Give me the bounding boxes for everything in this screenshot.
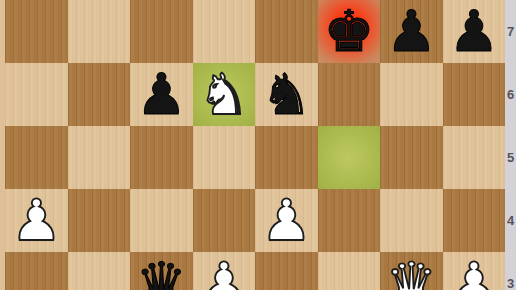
square-g3[interactable]: ♛ (380, 252, 443, 290)
rank-label-4: 4 (505, 213, 516, 228)
square-d7[interactable] (193, 0, 256, 63)
black-queen[interactable]: ♛ (136, 252, 187, 290)
white-pawn[interactable]: ♟ (261, 189, 312, 252)
black-pawn[interactable]: ♟ (448, 0, 499, 63)
square-a6[interactable] (5, 63, 68, 126)
white-queen[interactable]: ♛ (386, 252, 437, 290)
square-a3[interactable] (5, 252, 68, 290)
rank-label-3: 3 (505, 276, 516, 290)
square-b3[interactable] (68, 252, 131, 290)
chessboard[interactable]: ♚♟♟♟♞♞♟♟♛♟♛♟ (5, 0, 505, 290)
square-d6[interactable]: ♞ (193, 63, 256, 126)
square-g7[interactable]: ♟ (380, 0, 443, 63)
square-h5[interactable] (443, 126, 506, 189)
white-pawn[interactable]: ♟ (198, 252, 249, 290)
white-pawn[interactable]: ♟ (11, 189, 62, 252)
square-b6[interactable] (68, 63, 131, 126)
white-knight[interactable]: ♞ (198, 63, 249, 126)
square-b5[interactable] (68, 126, 131, 189)
square-a7[interactable] (5, 0, 68, 63)
black-pawn[interactable]: ♟ (386, 0, 437, 63)
square-e4[interactable]: ♟ (255, 189, 318, 252)
rank-label-6: 6 (505, 87, 516, 102)
square-a5[interactable] (5, 126, 68, 189)
square-h3[interactable]: ♟ (443, 252, 506, 290)
square-a4[interactable]: ♟ (5, 189, 68, 252)
square-e7[interactable] (255, 0, 318, 63)
rank-label-5: 5 (505, 150, 516, 165)
square-g4[interactable] (380, 189, 443, 252)
square-d5[interactable] (193, 126, 256, 189)
square-h6[interactable] (443, 63, 506, 126)
square-c5[interactable] (130, 126, 193, 189)
square-e6[interactable]: ♞ (255, 63, 318, 126)
square-f4[interactable] (318, 189, 381, 252)
square-b4[interactable] (68, 189, 131, 252)
rank-coordinate-strip: 7 6 5 4 3 (505, 0, 516, 290)
square-c4[interactable] (130, 189, 193, 252)
square-h7[interactable]: ♟ (443, 0, 506, 63)
square-d4[interactable] (193, 189, 256, 252)
square-f7[interactable]: ♚ (318, 0, 381, 63)
white-pawn[interactable]: ♟ (448, 252, 499, 290)
square-e5[interactable] (255, 126, 318, 189)
square-f5[interactable] (318, 126, 381, 189)
black-king[interactable]: ♚ (323, 0, 374, 63)
square-e3[interactable] (255, 252, 318, 290)
square-b7[interactable] (68, 0, 131, 63)
black-pawn[interactable]: ♟ (136, 63, 187, 126)
square-c6[interactable]: ♟ (130, 63, 193, 126)
square-g6[interactable] (380, 63, 443, 126)
square-g5[interactable] (380, 126, 443, 189)
square-f3[interactable] (318, 252, 381, 290)
black-knight[interactable]: ♞ (261, 63, 312, 126)
square-h4[interactable] (443, 189, 506, 252)
chess-app-viewport: ♚♟♟♟♞♞♟♟♛♟♛♟ 7 6 5 4 3 (0, 0, 516, 290)
square-d3[interactable]: ♟ (193, 252, 256, 290)
square-c3[interactable]: ♛ (130, 252, 193, 290)
square-c7[interactable] (130, 0, 193, 63)
rank-label-7: 7 (505, 24, 516, 39)
square-f6[interactable] (318, 63, 381, 126)
